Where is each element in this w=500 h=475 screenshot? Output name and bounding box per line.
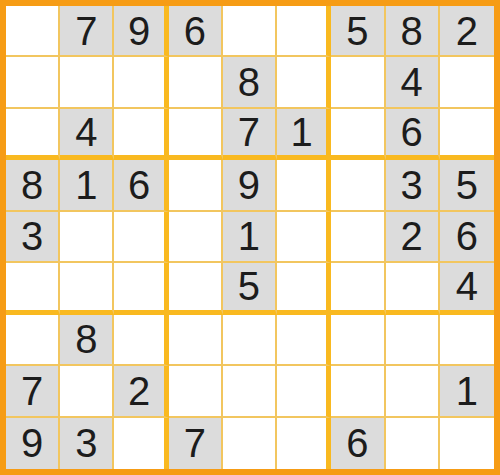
cell-r6c6[interactable] xyxy=(277,263,331,314)
cell-r3c5[interactable]: 7 xyxy=(223,109,277,160)
cell-r7c8[interactable] xyxy=(386,315,440,366)
cell-r9c5[interactable] xyxy=(223,418,277,469)
cell-r9c6[interactable] xyxy=(277,418,331,469)
cell-r8c6[interactable] xyxy=(277,366,331,417)
cell-r1c7[interactable]: 5 xyxy=(331,6,385,57)
cell-r8c5[interactable] xyxy=(223,366,277,417)
cell-r3c8[interactable]: 6 xyxy=(386,109,440,160)
cell-r6c5[interactable]: 5 xyxy=(223,263,277,314)
cell-r2c5[interactable]: 8 xyxy=(223,57,277,108)
cell-r7c6[interactable] xyxy=(277,315,331,366)
cell-r5c3[interactable] xyxy=(114,212,168,263)
cell-r3c4[interactable] xyxy=(169,109,223,160)
cell-r5c7[interactable] xyxy=(331,212,385,263)
cell-r5c6[interactable] xyxy=(277,212,331,263)
cell-r1c5[interactable] xyxy=(223,6,277,57)
cell-r1c6[interactable] xyxy=(277,6,331,57)
cell-r6c8[interactable] xyxy=(386,263,440,314)
cell-r6c1[interactable] xyxy=(6,263,60,314)
cell-r1c1[interactable] xyxy=(6,6,60,57)
cell-r3c1[interactable] xyxy=(6,109,60,160)
cell-r4c9[interactable]: 5 xyxy=(440,160,494,211)
cell-r4c8[interactable]: 3 xyxy=(386,160,440,211)
cell-r5c8[interactable]: 2 xyxy=(386,212,440,263)
cell-r7c9[interactable] xyxy=(440,315,494,366)
cell-r6c7[interactable] xyxy=(331,263,385,314)
cell-r7c1[interactable] xyxy=(6,315,60,366)
cell-r6c3[interactable] xyxy=(114,263,168,314)
cell-r9c2[interactable]: 3 xyxy=(60,418,114,469)
cell-r2c3[interactable] xyxy=(114,57,168,108)
cell-r8c9[interactable]: 1 xyxy=(440,366,494,417)
cell-r9c4[interactable]: 7 xyxy=(169,418,223,469)
cell-r3c9[interactable] xyxy=(440,109,494,160)
cell-r3c2[interactable]: 4 xyxy=(60,109,114,160)
cell-r4c6[interactable] xyxy=(277,160,331,211)
cell-r5c4[interactable] xyxy=(169,212,223,263)
cell-r7c5[interactable] xyxy=(223,315,277,366)
cell-r1c2[interactable]: 7 xyxy=(60,6,114,57)
cell-r9c3[interactable] xyxy=(114,418,168,469)
cell-r4c3[interactable]: 6 xyxy=(114,160,168,211)
cell-r7c7[interactable] xyxy=(331,315,385,366)
cell-r4c2[interactable]: 1 xyxy=(60,160,114,211)
cell-r5c9[interactable]: 6 xyxy=(440,212,494,263)
cell-r3c3[interactable] xyxy=(114,109,168,160)
cell-r8c1[interactable]: 7 xyxy=(6,366,60,417)
cell-r9c1[interactable]: 9 xyxy=(6,418,60,469)
cell-r1c3[interactable]: 9 xyxy=(114,6,168,57)
cell-r4c5[interactable]: 9 xyxy=(223,160,277,211)
cell-r2c2[interactable] xyxy=(60,57,114,108)
page: 79658284471681693531265487219376 xyxy=(0,0,500,475)
cell-r2c9[interactable] xyxy=(440,57,494,108)
cell-r8c4[interactable] xyxy=(169,366,223,417)
cell-r9c7[interactable]: 6 xyxy=(331,418,385,469)
cell-r1c4[interactable]: 6 xyxy=(169,6,223,57)
cell-r5c5[interactable]: 1 xyxy=(223,212,277,263)
cell-r7c4[interactable] xyxy=(169,315,223,366)
cell-r2c7[interactable] xyxy=(331,57,385,108)
cell-r6c2[interactable] xyxy=(60,263,114,314)
cell-r3c7[interactable] xyxy=(331,109,385,160)
sudoku-board: 79658284471681693531265487219376 xyxy=(0,0,500,475)
cell-r8c7[interactable] xyxy=(331,366,385,417)
cell-r6c9[interactable]: 4 xyxy=(440,263,494,314)
cell-r4c1[interactable]: 8 xyxy=(6,160,60,211)
cell-r1c9[interactable]: 2 xyxy=(440,6,494,57)
cell-r2c4[interactable] xyxy=(169,57,223,108)
cell-r7c3[interactable] xyxy=(114,315,168,366)
cell-r1c8[interactable]: 8 xyxy=(386,6,440,57)
cell-r9c9[interactable] xyxy=(440,418,494,469)
cell-r7c2[interactable]: 8 xyxy=(60,315,114,366)
cell-r8c3[interactable]: 2 xyxy=(114,366,168,417)
cell-r4c7[interactable] xyxy=(331,160,385,211)
cell-r9c8[interactable] xyxy=(386,418,440,469)
cell-r5c2[interactable] xyxy=(60,212,114,263)
cell-r2c6[interactable] xyxy=(277,57,331,108)
cell-r3c6[interactable]: 1 xyxy=(277,109,331,160)
cell-r2c1[interactable] xyxy=(6,57,60,108)
cell-r8c8[interactable] xyxy=(386,366,440,417)
cell-r2c8[interactable]: 4 xyxy=(386,57,440,108)
cell-r5c1[interactable]: 3 xyxy=(6,212,60,263)
cell-r8c2[interactable] xyxy=(60,366,114,417)
cell-r4c4[interactable] xyxy=(169,160,223,211)
cell-r6c4[interactable] xyxy=(169,263,223,314)
